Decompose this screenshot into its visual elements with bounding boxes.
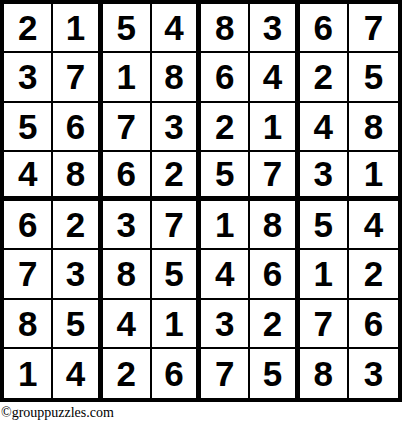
sudoku-cell-r6c8: 2 xyxy=(349,250,398,299)
sudoku-cell-r7c5: 3 xyxy=(201,300,250,349)
sudoku-cell-r6c2: 3 xyxy=(53,250,102,299)
sudoku-cell-r8c4: 6 xyxy=(152,349,201,398)
sudoku-cell-r8c2: 4 xyxy=(53,349,102,398)
sudoku-cell-r3c4: 3 xyxy=(152,103,201,152)
sudoku-cell-r3c2: 6 xyxy=(53,103,102,152)
sudoku-cell-r4c3: 6 xyxy=(103,152,152,201)
sudoku-board: 2154836737186425567321484862573162371854… xyxy=(0,0,402,402)
sudoku-cell-r3c6: 1 xyxy=(250,103,299,152)
sudoku-cell-r3c7: 4 xyxy=(300,103,349,152)
sudoku-cell-r8c3: 2 xyxy=(103,349,152,398)
sudoku-cell-r8c1: 1 xyxy=(4,349,53,398)
sudoku-cell-r2c1: 3 xyxy=(4,53,53,102)
sudoku-cell-r1c8: 7 xyxy=(349,4,398,53)
sudoku-cell-r4c7: 3 xyxy=(300,152,349,201)
sudoku-cell-r1c4: 4 xyxy=(152,4,201,53)
sudoku-cell-r6c5: 4 xyxy=(201,250,250,299)
sudoku-cell-r4c8: 1 xyxy=(349,152,398,201)
sudoku-cell-r8c8: 3 xyxy=(349,349,398,398)
sudoku-cell-r6c3: 8 xyxy=(103,250,152,299)
sudoku-cell-r8c7: 8 xyxy=(300,349,349,398)
sudoku-cell-r7c3: 4 xyxy=(103,300,152,349)
sudoku-cell-r7c8: 6 xyxy=(349,300,398,349)
sudoku-cell-r7c6: 2 xyxy=(250,300,299,349)
sudoku-cell-r3c3: 7 xyxy=(103,103,152,152)
sudoku-cell-r1c7: 6 xyxy=(300,4,349,53)
sudoku-cell-r2c6: 4 xyxy=(250,53,299,102)
sudoku-cell-r7c4: 1 xyxy=(152,300,201,349)
sudoku-cell-r4c5: 5 xyxy=(201,152,250,201)
sudoku-cell-r2c5: 6 xyxy=(201,53,250,102)
sudoku-cell-r1c5: 8 xyxy=(201,4,250,53)
sudoku-cell-r4c4: 2 xyxy=(152,152,201,201)
sudoku-cell-r3c1: 5 xyxy=(4,103,53,152)
sudoku-cell-r8c6: 5 xyxy=(250,349,299,398)
sudoku-cell-r5c3: 3 xyxy=(103,201,152,250)
sudoku-cell-r7c2: 5 xyxy=(53,300,102,349)
sudoku-cell-r3c5: 2 xyxy=(201,103,250,152)
sudoku-cell-r2c2: 7 xyxy=(53,53,102,102)
sudoku-cell-r3c8: 8 xyxy=(349,103,398,152)
sudoku-cell-r6c6: 6 xyxy=(250,250,299,299)
sudoku-cell-r6c1: 7 xyxy=(4,250,53,299)
sudoku-cell-r5c1: 6 xyxy=(4,201,53,250)
sudoku-cell-r8c5: 7 xyxy=(201,349,250,398)
sudoku-cell-r6c7: 1 xyxy=(300,250,349,299)
sudoku-cell-r4c2: 8 xyxy=(53,152,102,201)
sudoku-cell-r6c4: 5 xyxy=(152,250,201,299)
sudoku-cell-r5c2: 2 xyxy=(53,201,102,250)
sudoku-cell-r5c8: 4 xyxy=(349,201,398,250)
sudoku-cell-r2c3: 1 xyxy=(103,53,152,102)
copyright-text: ©grouppuzzles.com xyxy=(1,405,114,421)
footer: ©grouppuzzles.com xyxy=(0,402,402,424)
sudoku-cell-r7c7: 7 xyxy=(300,300,349,349)
sudoku-cell-r5c6: 8 xyxy=(250,201,299,250)
sudoku-cell-r1c2: 1 xyxy=(53,4,102,53)
sudoku-cell-r4c6: 7 xyxy=(250,152,299,201)
sudoku-cell-r5c5: 1 xyxy=(201,201,250,250)
sudoku-cell-r7c1: 8 xyxy=(4,300,53,349)
sudoku-cell-r1c6: 3 xyxy=(250,4,299,53)
sudoku-cell-r1c1: 2 xyxy=(4,4,53,53)
sudoku-cell-r2c8: 5 xyxy=(349,53,398,102)
sudoku-cell-r4c1: 4 xyxy=(4,152,53,201)
sudoku-cell-r2c7: 2 xyxy=(300,53,349,102)
sudoku-cell-r5c4: 7 xyxy=(152,201,201,250)
sudoku-cell-r5c7: 5 xyxy=(300,201,349,250)
sudoku-cell-r2c4: 8 xyxy=(152,53,201,102)
sudoku-cell-r1c3: 5 xyxy=(103,4,152,53)
